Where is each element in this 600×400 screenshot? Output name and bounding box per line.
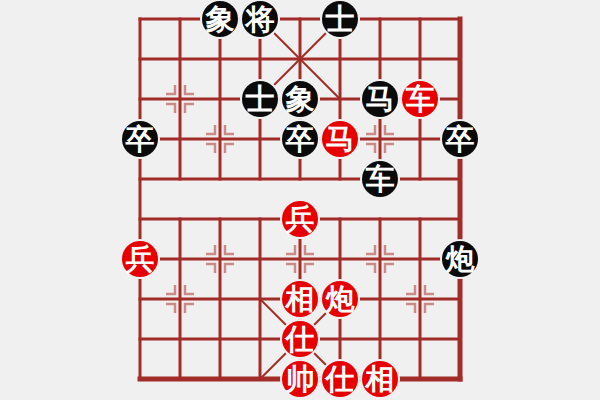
piece-black-general[interactable]: 将: [242, 1, 278, 37]
piece-black-cannon[interactable]: 炮: [442, 241, 478, 277]
piece-black-horse[interactable]: 马: [362, 81, 398, 117]
piece-black-chariot[interactable]: 车: [362, 161, 398, 197]
piece-red-soldier[interactable]: 兵: [282, 201, 318, 237]
piece-black-soldier[interactable]: 卒: [442, 121, 478, 157]
piece-red-cannon[interactable]: 炮: [322, 281, 358, 317]
piece-black-soldier[interactable]: 卒: [122, 121, 158, 157]
pieces-layer: 象将士士象马车卒卒马卒车兵兵炮相炮仕帅仕相: [0, 0, 600, 400]
piece-red-soldier[interactable]: 兵: [122, 241, 158, 277]
piece-red-horse[interactable]: 马: [322, 121, 358, 157]
piece-black-elephant[interactable]: 象: [282, 81, 318, 117]
piece-red-advisor[interactable]: 仕: [322, 361, 358, 397]
piece-black-advisor[interactable]: 士: [322, 1, 358, 37]
piece-red-elephant[interactable]: 相: [282, 281, 318, 317]
piece-black-advisor[interactable]: 士: [242, 81, 278, 117]
piece-red-chariot[interactable]: 车: [402, 81, 438, 117]
piece-black-soldier[interactable]: 卒: [282, 121, 318, 157]
piece-black-elephant[interactable]: 象: [202, 1, 238, 37]
piece-red-king[interactable]: 帅: [282, 361, 318, 397]
xiangqi-board[interactable]: 象将士士象马车卒卒马卒车兵兵炮相炮仕帅仕相: [0, 0, 600, 400]
piece-red-elephant[interactable]: 相: [362, 361, 398, 397]
piece-red-advisor[interactable]: 仕: [282, 321, 318, 357]
